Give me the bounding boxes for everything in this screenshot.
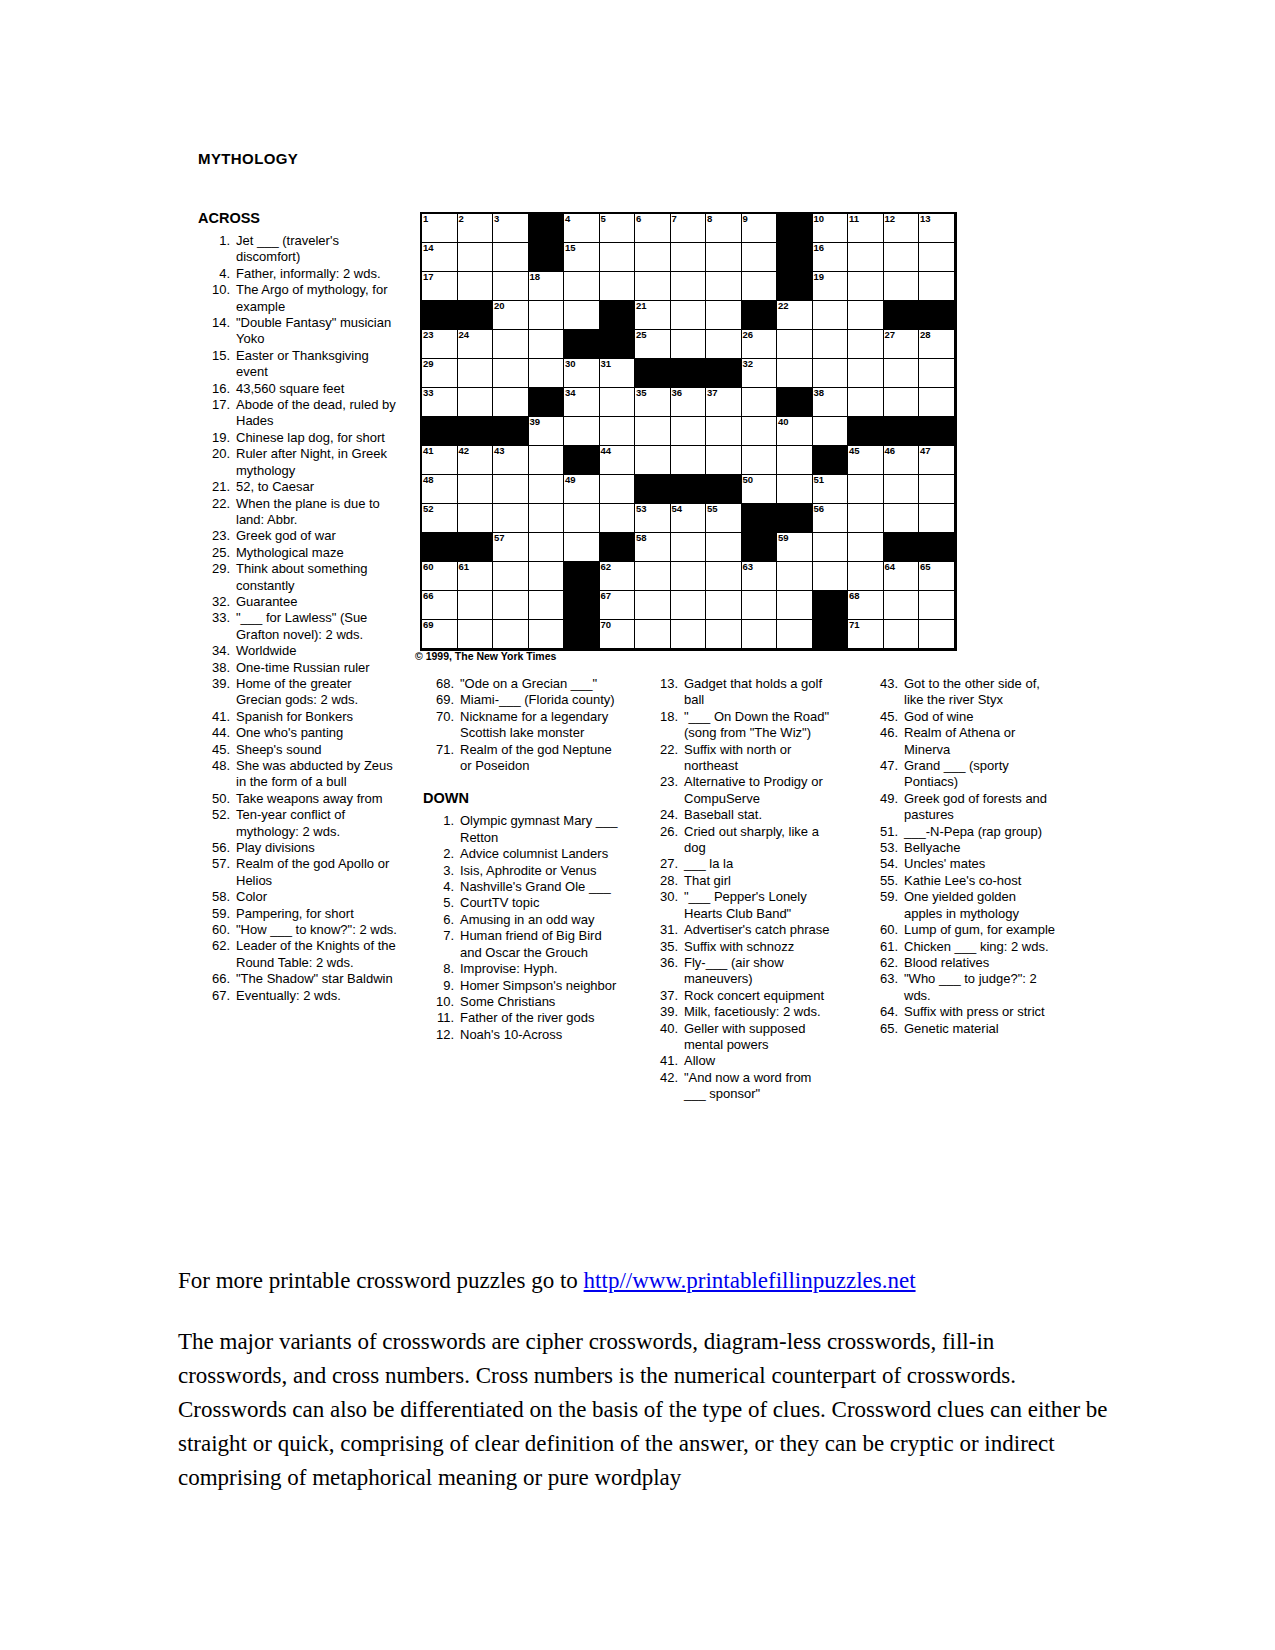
white-cell: 62 [600, 562, 636, 591]
clue-item: 30."___ Pepper's Lonely Hearts Club Band… [628, 889, 834, 922]
white-cell [458, 620, 494, 649]
cell-number: 8 [707, 214, 712, 224]
white-cell [706, 620, 742, 649]
clue-text: Color [236, 889, 267, 904]
cell-number: 11 [849, 214, 859, 224]
white-cell: 69 [422, 620, 458, 649]
clue-item: 46.Realm of Athena or Minerva [846, 725, 1056, 758]
clue-number: 29. [198, 561, 230, 577]
white-cell: 46 [884, 446, 920, 475]
white-cell [529, 301, 565, 330]
cell-number: 64 [885, 562, 896, 572]
clue-text: The Argo of mythology, for example [236, 282, 388, 313]
clue-item: 67.Eventually: 2 wds. [198, 988, 398, 1004]
clue-item: 16.43,560 square feet [198, 381, 398, 397]
white-cell [529, 620, 565, 649]
white-cell [458, 243, 494, 272]
clue-item: 59.One yielded golden apples in mytholog… [846, 889, 1056, 922]
clue-item: 45.God of wine [846, 709, 1056, 725]
clue-item: 40.Geller with supposed mental powers [628, 1021, 834, 1054]
clue-number: 61. [846, 939, 898, 955]
white-cell [564, 533, 600, 562]
white-cell [884, 620, 920, 649]
white-cell [813, 533, 849, 562]
white-cell [493, 504, 529, 533]
white-cell [529, 330, 565, 359]
white-cell [813, 417, 849, 446]
clue-number: 24. [628, 807, 678, 823]
black-cell [458, 417, 494, 446]
clue-number: 50. [198, 791, 230, 807]
cell-number: 18 [530, 272, 541, 282]
clue-number: 18. [628, 709, 678, 725]
clue-text: ___ la la [684, 856, 733, 871]
across-cont-list: 68."Ode on a Grecian ___"69.Miami-___ (F… [423, 676, 619, 774]
white-cell: 63 [742, 562, 778, 591]
white-cell: 23 [422, 330, 458, 359]
clue-text: Spanish for Bonkers [236, 709, 353, 724]
clue-item: 7.Human friend of Big Bird and Oscar the… [423, 928, 619, 961]
white-cell [813, 330, 849, 359]
white-cell [635, 562, 671, 591]
clue-number: 16. [198, 381, 230, 397]
clue-number: 62. [198, 938, 230, 954]
white-cell: 49 [564, 475, 600, 504]
clue-text: Father, informally: 2 wds. [236, 266, 381, 281]
black-cell [777, 243, 813, 272]
white-cell [706, 533, 742, 562]
clue-number: 9. [423, 978, 454, 994]
cell-number: 45 [849, 446, 860, 456]
clue-number: 26. [628, 824, 678, 840]
clue-text: Suffix with press or strict [904, 1004, 1045, 1019]
white-cell: 29 [422, 359, 458, 388]
clue-item: 52.Ten-year conflict of mythology: 2 wds… [198, 807, 398, 840]
cell-number: 56 [814, 504, 825, 514]
white-cell: 51 [813, 475, 849, 504]
white-cell: 31 [600, 359, 636, 388]
white-cell: 44 [600, 446, 636, 475]
white-cell: 17 [422, 272, 458, 301]
clue-text: When the plane is due to land: Abbr. [236, 496, 380, 527]
cell-number: 33 [423, 388, 434, 398]
clue-item: 26.Cried out sharply, like a dog [628, 824, 834, 857]
cell-number: 38 [814, 388, 825, 398]
clue-text: "And now a word from ___ sponsor" [684, 1070, 811, 1101]
clue-text: Abode of the dead, ruled by Hades [236, 397, 396, 428]
clue-number: 36. [628, 955, 678, 971]
white-cell [919, 388, 955, 417]
clue-number: 39. [198, 676, 230, 692]
white-cell [706, 272, 742, 301]
black-cell [742, 533, 778, 562]
white-cell [600, 243, 636, 272]
clue-number: 62. [846, 955, 898, 971]
white-cell [671, 301, 707, 330]
clue-item: 57.Realm of the god Apollo or Helios [198, 856, 398, 889]
clue-text: Greek god of war [236, 528, 336, 543]
clue-item: 39.Home of the greater Grecian gods: 2 w… [198, 676, 398, 709]
clue-item: 49.Greek god of forests and pastures [846, 791, 1056, 824]
clue-text: Greek god of forests and pastures [904, 791, 1047, 822]
clue-item: 22.Suffix with north or northeast [628, 742, 834, 775]
cell-number: 6 [636, 214, 641, 224]
clue-text: "___ Pepper's Lonely Hearts Club Band" [684, 889, 807, 920]
cell-number: 12 [885, 214, 896, 224]
clue-text: God of wine [904, 709, 973, 724]
clue-number: 66. [198, 971, 230, 987]
cell-number: 25 [636, 330, 647, 340]
white-cell: 52 [422, 504, 458, 533]
clue-number: 59. [846, 889, 898, 905]
clue-number: 10. [423, 994, 454, 1010]
clue-number: 60. [846, 922, 898, 938]
link-prefix-text: For more printable crossword puzzles go … [178, 1268, 584, 1293]
white-cell [884, 475, 920, 504]
clue-number: 57. [198, 856, 230, 872]
white-cell [706, 562, 742, 591]
clue-text: Easter or Thanksgiving event [236, 348, 369, 379]
white-cell [919, 504, 955, 533]
clue-item: 5.CourtTV topic [423, 895, 619, 911]
clue-item: 35.Suffix with schnozz [628, 939, 834, 955]
cell-number: 53 [636, 504, 647, 514]
black-cell [884, 417, 920, 446]
across-header: ACROSS [198, 210, 398, 226]
clue-item: 59.Pampering, for short [198, 906, 398, 922]
white-cell: 11 [848, 214, 884, 243]
black-cell [564, 330, 600, 359]
white-cell [884, 591, 920, 620]
clue-text: Think about something constantly [236, 561, 368, 592]
white-cell [458, 272, 494, 301]
printable-puzzles-link[interactable]: http//www.printablefillinpuzzles.net [584, 1268, 916, 1293]
white-cell [600, 504, 636, 533]
clue-number: 55. [846, 873, 898, 889]
clue-text: "Who ___ to judge?": 2 wds. [904, 971, 1037, 1002]
cell-number: 69 [423, 620, 434, 630]
cell-number: 32 [743, 359, 754, 369]
crossword-info-paragraph: The major variants of crosswords are cip… [178, 1325, 1108, 1495]
white-cell [600, 272, 636, 301]
clue-item: 58.Color [198, 889, 398, 905]
clue-item: 11.Father of the river gods [423, 1010, 619, 1026]
clue-item: 24.Baseball stat. [628, 807, 834, 823]
clue-number: 4. [198, 266, 230, 282]
clue-item: 54.Uncles' mates [846, 856, 1056, 872]
clue-number: 41. [198, 709, 230, 725]
white-cell [706, 330, 742, 359]
clue-text: One who's panting [236, 725, 343, 740]
white-cell [848, 301, 884, 330]
white-cell [742, 272, 778, 301]
clue-item: 63."Who ___ to judge?": 2 wds. [846, 971, 1056, 1004]
white-cell [777, 446, 813, 475]
white-cell: 53 [635, 504, 671, 533]
black-cell [458, 533, 494, 562]
white-cell: 43 [493, 446, 529, 475]
clue-text: Some Christians [460, 994, 555, 1009]
white-cell: 6 [635, 214, 671, 243]
cell-number: 35 [636, 388, 647, 398]
clue-item: 43.Got to the other side of, like the ri… [846, 676, 1056, 709]
white-cell: 55 [706, 504, 742, 533]
clue-item: 42."And now a word from ___ sponsor" [628, 1070, 834, 1103]
crossword-grid: 1234567891011121314151617181920212223242… [420, 212, 957, 651]
clue-text: Sheep's sound [236, 742, 322, 757]
clue-text: Realm of the god Apollo or Helios [236, 856, 389, 887]
black-cell [564, 562, 600, 591]
white-cell [848, 562, 884, 591]
white-cell: 9 [742, 214, 778, 243]
clue-number: 48. [198, 758, 230, 774]
cell-number: 42 [459, 446, 470, 456]
clue-text: Mythological maze [236, 545, 344, 560]
clue-item: 31.Advertiser's catch phrase [628, 922, 834, 938]
white-cell: 37 [706, 388, 742, 417]
clue-text: Suffix with north or northeast [684, 742, 791, 773]
clue-number: 54. [846, 856, 898, 872]
white-cell [848, 533, 884, 562]
black-cell [884, 301, 920, 330]
clue-item: 60."How ___ to know?": 2 wds. [198, 922, 398, 938]
white-cell: 27 [884, 330, 920, 359]
clue-text: CourtTV topic [460, 895, 539, 910]
clue-number: 64. [846, 1004, 898, 1020]
clue-text: "___ for Lawless" (Sue Grafton novel): 2… [236, 610, 367, 641]
white-cell: 12 [884, 214, 920, 243]
white-cell: 25 [635, 330, 671, 359]
white-cell: 54 [671, 504, 707, 533]
white-cell: 50 [742, 475, 778, 504]
clue-text: Realm of the god Neptune or Poseidon [460, 742, 612, 773]
clue-number: 53. [846, 840, 898, 856]
white-cell: 41 [422, 446, 458, 475]
cell-number: 16 [814, 243, 825, 253]
clue-text: Isis, Aphrodite or Venus [460, 863, 597, 878]
clue-text: Alternative to Prodigy or CompuServe [684, 774, 823, 805]
white-cell [671, 562, 707, 591]
cell-number: 27 [885, 330, 896, 340]
clue-item: 22.When the plane is due to land: Abbr. [198, 496, 398, 529]
black-cell [422, 533, 458, 562]
clue-number: 68. [423, 676, 454, 692]
clue-item: 44.One who's panting [198, 725, 398, 741]
clue-number: 6. [423, 912, 454, 928]
clue-item: 28.That girl [628, 873, 834, 889]
clue-item: 25.Mythological maze [198, 545, 398, 561]
white-cell [493, 330, 529, 359]
black-cell [493, 417, 529, 446]
cell-number: 55 [707, 504, 718, 514]
cell-number: 71 [849, 620, 860, 630]
clue-item: 4.Father, informally: 2 wds. [198, 266, 398, 282]
clue-number: 30. [628, 889, 678, 905]
clue-item: 68."Ode on a Grecian ___" [423, 676, 619, 692]
across-list: 1.Jet ___ (traveler's discomfort)4.Fathe… [198, 233, 398, 1004]
clue-item: 14."Double Fantasy" musician Yoko [198, 315, 398, 348]
clue-item: 3.Isis, Aphrodite or Venus [423, 863, 619, 879]
clue-text: Cried out sharply, like a dog [684, 824, 819, 855]
white-cell [529, 562, 565, 591]
white-cell [884, 359, 920, 388]
white-cell: 1 [422, 214, 458, 243]
black-cell [564, 591, 600, 620]
white-cell [848, 359, 884, 388]
white-cell [493, 272, 529, 301]
clue-item: 19.Chinese lap dog, for short [198, 430, 398, 446]
clue-item: 10.Some Christians [423, 994, 619, 1010]
clue-number: 31. [628, 922, 678, 938]
clue-number: 11. [423, 1010, 454, 1026]
white-cell [635, 591, 671, 620]
clue-number: 2. [423, 846, 454, 862]
white-cell [919, 475, 955, 504]
down-list-2: 13.Gadget that holds a golf ball18."___ … [628, 676, 834, 1103]
clue-number: 49. [846, 791, 898, 807]
white-cell: 14 [422, 243, 458, 272]
white-cell [848, 504, 884, 533]
clue-text: Play divisions [236, 840, 315, 855]
white-cell [493, 562, 529, 591]
black-cell [706, 359, 742, 388]
clue-number: 7. [423, 928, 454, 944]
cell-number: 63 [743, 562, 754, 572]
black-cell [529, 214, 565, 243]
cell-number: 21 [636, 301, 647, 311]
cell-number: 48 [423, 475, 434, 485]
black-cell [777, 214, 813, 243]
clue-number: 8. [423, 961, 454, 977]
black-cell [848, 417, 884, 446]
white-cell: 38 [813, 388, 849, 417]
white-cell: 33 [422, 388, 458, 417]
clue-number: 27. [628, 856, 678, 872]
white-cell [706, 591, 742, 620]
white-cell: 34 [564, 388, 600, 417]
white-cell: 40 [777, 417, 813, 446]
clue-text: Fly-___ (air show maneuvers) [684, 955, 784, 986]
across-panel: ACROSS 1.Jet ___ (traveler's discomfort)… [198, 210, 398, 1004]
clue-number: 34. [198, 643, 230, 659]
clue-text: "How ___ to know?": 2 wds. [236, 922, 397, 937]
clue-item: 29.Think about something constantly [198, 561, 398, 594]
clue-text: Father of the river gods [460, 1010, 594, 1025]
clue-number: 14. [198, 315, 230, 331]
white-cell [493, 591, 529, 620]
clue-number: 56. [198, 840, 230, 856]
clue-text: Got to the other side of, like the river… [904, 676, 1040, 707]
white-cell [458, 591, 494, 620]
down-list-3: 43.Got to the other side of, like the ri… [846, 676, 1056, 1037]
clue-item: 15.Easter or Thanksgiving event [198, 348, 398, 381]
black-cell [600, 301, 636, 330]
clue-number: 47. [846, 758, 898, 774]
black-cell [777, 504, 813, 533]
white-cell [493, 620, 529, 649]
clue-item: 32.Guarantee [198, 594, 398, 610]
clue-item: 50.Take weapons away from [198, 791, 398, 807]
clue-text: Advice columnist Landers [460, 846, 608, 861]
white-cell [706, 446, 742, 475]
clue-text: Suffix with schnozz [684, 939, 794, 954]
clue-text: That girl [684, 873, 731, 888]
white-cell [742, 417, 778, 446]
white-cell [777, 359, 813, 388]
white-cell: 70 [600, 620, 636, 649]
white-cell [884, 388, 920, 417]
cell-number: 52 [423, 504, 434, 514]
white-cell [706, 301, 742, 330]
clue-number: 70. [423, 709, 454, 725]
white-cell: 4 [564, 214, 600, 243]
black-cell [671, 475, 707, 504]
cell-number: 15 [565, 243, 576, 253]
clue-text: Advertiser's catch phrase [684, 922, 830, 937]
cell-number: 41 [423, 446, 434, 456]
white-cell [564, 272, 600, 301]
white-cell: 61 [458, 562, 494, 591]
clue-number: 1. [198, 233, 230, 249]
cell-number: 5 [601, 214, 606, 224]
cell-number: 47 [920, 446, 931, 456]
clue-item: 2.Advice columnist Landers [423, 846, 619, 862]
clue-text: Guarantee [236, 594, 297, 609]
clue-text: "___ On Down the Road" (song from "The W… [684, 709, 829, 740]
clue-number: 28. [628, 873, 678, 889]
clue-text: 52, to Caesar [236, 479, 314, 494]
clue-item: 13.Gadget that holds a golf ball [628, 676, 834, 709]
white-cell [884, 504, 920, 533]
clue-number: 71. [423, 742, 454, 758]
white-cell [884, 243, 920, 272]
puzzle-title: MYTHOLOGY [198, 150, 298, 167]
white-cell: 42 [458, 446, 494, 475]
black-cell [742, 301, 778, 330]
cell-number: 62 [601, 562, 612, 572]
white-cell [848, 243, 884, 272]
black-cell [706, 475, 742, 504]
clue-text: Ten-year conflict of mythology: 2 wds. [236, 807, 345, 838]
clue-number: 46. [846, 725, 898, 741]
cell-number: 2 [459, 214, 464, 224]
clue-number: 67. [198, 988, 230, 1004]
white-cell: 59 [777, 533, 813, 562]
down-header: DOWN [423, 790, 619, 806]
white-cell [671, 272, 707, 301]
clue-number: 69. [423, 692, 454, 708]
white-cell [777, 562, 813, 591]
white-cell [529, 504, 565, 533]
white-cell: 24 [458, 330, 494, 359]
white-cell [848, 272, 884, 301]
white-cell [493, 243, 529, 272]
white-cell: 3 [493, 214, 529, 243]
clue-item: 65.Genetic material [846, 1021, 1056, 1037]
white-cell: 15 [564, 243, 600, 272]
clue-text: Worldwide [236, 643, 296, 658]
clue-item: 8.Improvise: Hyph. [423, 961, 619, 977]
white-cell [529, 475, 565, 504]
clue-item: 4.Nashville's Grand Ole ___ [423, 879, 619, 895]
clue-text: Lump of gum, for example [904, 922, 1055, 937]
clue-item: 55.Kathie Lee's co-host [846, 873, 1056, 889]
white-cell: 35 [635, 388, 671, 417]
black-cell [564, 620, 600, 649]
clue-number: 37. [628, 988, 678, 1004]
clue-item: 62.Leader of the Knights of the Round Ta… [198, 938, 398, 971]
clue-item: 45.Sheep's sound [198, 742, 398, 758]
